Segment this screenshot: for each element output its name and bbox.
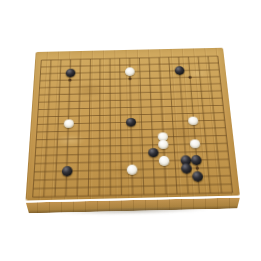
goban-photo	[0, 0, 261, 261]
camera-tilt	[0, 0, 261, 261]
black-stone	[148, 148, 158, 158]
white-stone	[125, 68, 135, 76]
black-stone	[175, 67, 185, 75]
black-stone	[65, 69, 75, 77]
stones-layer	[26, 48, 240, 201]
black-stone	[62, 166, 73, 176]
black-stone	[126, 118, 136, 127]
white-stone	[127, 165, 137, 175]
go-board	[26, 48, 240, 201]
black-stone	[191, 155, 202, 165]
black-stone	[192, 172, 203, 182]
white-stone	[190, 139, 201, 148]
perspective-scene	[0, 0, 261, 261]
white-stone	[63, 119, 73, 128]
white-stone	[188, 116, 199, 125]
black-stone	[181, 164, 192, 174]
white-stone	[159, 156, 170, 166]
white-stone	[158, 140, 169, 149]
